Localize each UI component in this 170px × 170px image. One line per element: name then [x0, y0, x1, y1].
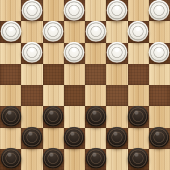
square-5-7: [149, 106, 170, 127]
square-1-3: [64, 21, 85, 42]
white-piece[interactable]: [128, 21, 149, 42]
black-piece[interactable]: [106, 127, 127, 148]
square-2-5[interactable]: [106, 43, 127, 64]
square-6-4: [85, 128, 106, 149]
square-7-0[interactable]: [0, 149, 21, 170]
square-6-1[interactable]: [21, 128, 42, 149]
square-3-0[interactable]: [0, 64, 21, 85]
square-5-4[interactable]: [85, 106, 106, 127]
black-piece[interactable]: [85, 106, 106, 127]
square-4-7[interactable]: [149, 85, 170, 106]
black-piece[interactable]: [21, 127, 42, 148]
square-3-4[interactable]: [85, 64, 106, 85]
square-2-7[interactable]: [149, 43, 170, 64]
white-piece[interactable]: [106, 42, 127, 63]
black-piece[interactable]: [64, 127, 85, 148]
white-piece[interactable]: [64, 42, 85, 63]
square-7-4[interactable]: [85, 149, 106, 170]
square-0-2: [43, 0, 64, 21]
white-piece[interactable]: [21, 0, 42, 20]
square-5-2[interactable]: [43, 106, 64, 127]
square-6-7[interactable]: [149, 128, 170, 149]
white-piece[interactable]: [149, 42, 170, 63]
square-7-7: [149, 149, 170, 170]
square-3-2[interactable]: [43, 64, 64, 85]
square-3-5: [106, 64, 127, 85]
square-4-2: [43, 85, 64, 106]
square-6-0: [0, 128, 21, 149]
square-6-3[interactable]: [64, 128, 85, 149]
square-4-3[interactable]: [64, 85, 85, 106]
white-piece[interactable]: [0, 21, 21, 42]
black-piece[interactable]: [0, 106, 21, 127]
black-piece[interactable]: [128, 106, 149, 127]
square-4-0: [0, 85, 21, 106]
square-1-4[interactable]: [85, 21, 106, 42]
square-0-3[interactable]: [64, 0, 85, 21]
square-0-0: [0, 0, 21, 21]
square-3-1: [21, 64, 42, 85]
black-piece[interactable]: [0, 148, 21, 169]
white-piece[interactable]: [85, 21, 106, 42]
square-0-5[interactable]: [106, 0, 127, 21]
square-5-5: [106, 106, 127, 127]
square-2-4: [85, 43, 106, 64]
square-7-2[interactable]: [43, 149, 64, 170]
square-5-0[interactable]: [0, 106, 21, 127]
square-6-2: [43, 128, 64, 149]
white-piece[interactable]: [43, 21, 64, 42]
black-piece[interactable]: [43, 106, 64, 127]
white-piece[interactable]: [64, 0, 85, 20]
black-piece[interactable]: [128, 148, 149, 169]
square-7-5: [106, 149, 127, 170]
white-piece[interactable]: [149, 0, 170, 20]
square-6-5[interactable]: [106, 128, 127, 149]
square-4-1[interactable]: [21, 85, 42, 106]
square-7-1: [21, 149, 42, 170]
square-4-4: [85, 85, 106, 106]
black-piece[interactable]: [43, 148, 64, 169]
square-2-2: [43, 43, 64, 64]
square-1-7: [149, 21, 170, 42]
square-2-6: [128, 43, 149, 64]
square-1-6[interactable]: [128, 21, 149, 42]
square-3-7: [149, 64, 170, 85]
black-piece[interactable]: [149, 127, 170, 148]
square-6-6: [128, 128, 149, 149]
square-4-6: [128, 85, 149, 106]
square-7-3: [64, 149, 85, 170]
square-1-1: [21, 21, 42, 42]
square-3-6[interactable]: [128, 64, 149, 85]
square-4-5[interactable]: [106, 85, 127, 106]
black-piece[interactable]: [85, 148, 106, 169]
white-piece[interactable]: [106, 0, 127, 20]
square-5-3: [64, 106, 85, 127]
square-2-3[interactable]: [64, 43, 85, 64]
square-1-5: [106, 21, 127, 42]
square-0-4: [85, 0, 106, 21]
square-7-6[interactable]: [128, 149, 149, 170]
square-3-3: [64, 64, 85, 85]
square-1-2[interactable]: [43, 21, 64, 42]
square-5-6[interactable]: [128, 106, 149, 127]
white-piece[interactable]: [21, 42, 42, 63]
square-0-6: [128, 0, 149, 21]
square-5-1: [21, 106, 42, 127]
square-2-1[interactable]: [21, 43, 42, 64]
checkers-board: [0, 0, 170, 170]
square-0-7[interactable]: [149, 0, 170, 21]
square-0-1[interactable]: [21, 0, 42, 21]
square-1-0[interactable]: [0, 21, 21, 42]
square-2-0: [0, 43, 21, 64]
